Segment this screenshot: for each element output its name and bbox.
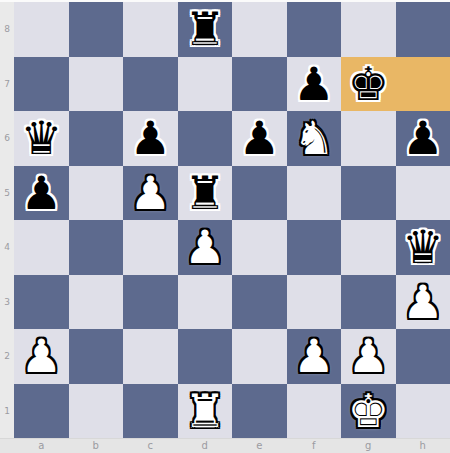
square-b4[interactable] [69,220,124,275]
piece-white-pawn[interactable]: ♟ [287,329,342,384]
file-label-c: c [123,439,178,453]
square-g6[interactable] [341,111,396,166]
square-a7[interactable] [14,57,69,112]
square-g2[interactable]: ♟ [341,329,396,384]
square-b1[interactable] [69,384,124,439]
chess-app-window: 87654321 ♜♟♚♛♟♟♞♟♟♟♜♟♛♟♟♟♟♜♚ abcdefgh [0,0,450,453]
square-d7[interactable] [178,57,233,112]
square-g4[interactable] [341,220,396,275]
square-h3[interactable]: ♟ [396,275,450,330]
square-e6[interactable]: ♟ [232,111,287,166]
file-label-b: b [69,439,124,453]
piece-white-pawn[interactable]: ♟ [341,329,396,384]
piece-black-rook[interactable]: ♜ [178,166,233,221]
square-b7[interactable] [69,57,124,112]
square-b2[interactable] [69,329,124,384]
square-b3[interactable] [69,275,124,330]
piece-black-pawn[interactable]: ♟ [396,111,450,166]
piece-white-pawn[interactable]: ♟ [396,275,450,330]
rank-label-3: 3 [0,275,14,330]
square-c6[interactable]: ♟ [123,111,178,166]
square-f2[interactable]: ♟ [287,329,342,384]
square-b5[interactable] [69,166,124,221]
square-a2[interactable]: ♟ [14,329,69,384]
piece-black-queen[interactable]: ♛ [14,111,69,166]
square-d5[interactable]: ♜ [178,166,233,221]
rank-label-4: 4 [0,220,14,275]
piece-white-pawn[interactable]: ♟ [14,329,69,384]
square-d2[interactable] [178,329,233,384]
square-d6[interactable] [178,111,233,166]
square-a6[interactable]: ♛ [14,111,69,166]
rank-label-5: 5 [0,166,14,221]
file-label-f: f [287,439,342,453]
square-a4[interactable] [14,220,69,275]
square-h7[interactable] [396,57,450,112]
square-e8[interactable] [232,2,287,57]
piece-white-pawn[interactable]: ♟ [123,166,178,221]
square-c5[interactable]: ♟ [123,166,178,221]
piece-black-pawn[interactable]: ♟ [287,57,342,112]
file-label-a: a [14,439,69,453]
piece-black-queen[interactable]: ♛ [396,220,450,275]
piece-black-pawn[interactable]: ♟ [14,166,69,221]
square-f4[interactable] [287,220,342,275]
square-d8[interactable]: ♜ [178,2,233,57]
square-h6[interactable]: ♟ [396,111,450,166]
square-g1[interactable]: ♚ [341,384,396,439]
piece-black-pawn[interactable]: ♟ [123,111,178,166]
piece-white-rook[interactable]: ♜ [178,384,233,439]
square-e1[interactable] [232,384,287,439]
square-c8[interactable] [123,2,178,57]
square-f1[interactable] [287,384,342,439]
piece-white-pawn[interactable]: ♟ [178,220,233,275]
square-a8[interactable] [14,2,69,57]
rank-label-8: 8 [0,2,14,57]
square-d4[interactable]: ♟ [178,220,233,275]
file-label-e: e [232,439,287,453]
square-g5[interactable] [341,166,396,221]
piece-white-knight[interactable]: ♞ [287,111,342,166]
square-c3[interactable] [123,275,178,330]
square-d1[interactable]: ♜ [178,384,233,439]
square-c1[interactable] [123,384,178,439]
square-h1[interactable] [396,384,450,439]
rank-label-2: 2 [0,329,14,384]
square-b6[interactable] [69,111,124,166]
square-e2[interactable] [232,329,287,384]
piece-black-rook[interactable]: ♜ [178,2,233,57]
square-f8[interactable] [287,2,342,57]
square-f3[interactable] [287,275,342,330]
square-e7[interactable] [232,57,287,112]
square-a1[interactable] [14,384,69,439]
square-c2[interactable] [123,329,178,384]
square-a5[interactable]: ♟ [14,166,69,221]
square-h4[interactable]: ♛ [396,220,450,275]
chess-board: ♜♟♚♛♟♟♞♟♟♟♜♟♛♟♟♟♟♜♚ [14,2,450,438]
piece-black-pawn[interactable]: ♟ [232,111,287,166]
square-e5[interactable] [232,166,287,221]
square-g8[interactable] [341,2,396,57]
rank-label-7: 7 [0,57,14,112]
square-d3[interactable] [178,275,233,330]
rank-coordinate-gutter: 87654321 [0,2,14,438]
square-a3[interactable] [14,275,69,330]
square-h2[interactable] [396,329,450,384]
piece-black-king[interactable]: ♚ [341,57,396,112]
square-e4[interactable] [232,220,287,275]
square-c4[interactable] [123,220,178,275]
file-label-h: h [396,439,450,453]
square-h8[interactable] [396,2,450,57]
square-e3[interactable] [232,275,287,330]
piece-white-king[interactable]: ♚ [341,384,396,439]
square-g3[interactable] [341,275,396,330]
square-c7[interactable] [123,57,178,112]
square-g7[interactable]: ♚ [341,57,396,112]
square-h5[interactable] [396,166,450,221]
square-f6[interactable]: ♞ [287,111,342,166]
rank-label-6: 6 [0,111,14,166]
square-b8[interactable] [69,2,124,57]
file-label-d: d [178,439,233,453]
file-label-g: g [341,439,396,453]
square-f7[interactable]: ♟ [287,57,342,112]
file-coordinate-strip: abcdefgh [0,438,450,453]
rank-label-1: 1 [0,384,14,439]
square-f5[interactable] [287,166,342,221]
